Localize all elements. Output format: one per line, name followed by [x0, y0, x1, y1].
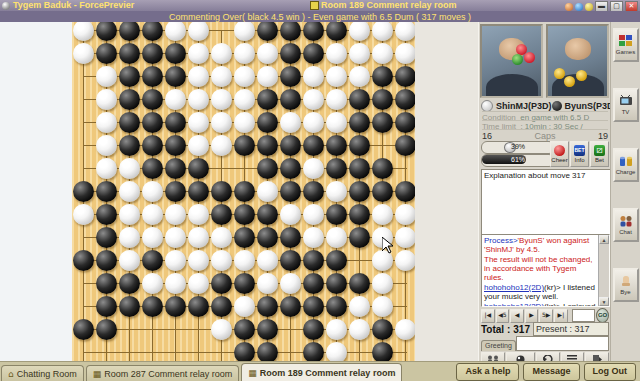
black-stone-d6 [142, 135, 163, 156]
black-stone-h10 [234, 227, 255, 248]
chat-log[interactable]: Process>'ByunS' won against 'ShinMJ' by … [481, 234, 610, 307]
chat-username: Process> [484, 236, 518, 245]
black-stone-f13 [188, 296, 209, 317]
app-icon [2, 2, 10, 10]
white-stone-l2 [326, 43, 347, 64]
black-stone-e7 [165, 158, 186, 179]
toolbar-label: Chat [619, 229, 632, 235]
black-stone-k2 [303, 43, 324, 64]
scroll-up-icon[interactable]: ▲ [599, 235, 609, 244]
white-stone-l4 [326, 89, 347, 110]
black-stone-b10 [96, 227, 117, 248]
vote-area: 39% 61% Cheer BET Info ⚂ Bet [481, 141, 609, 167]
white-stone-b4 [96, 89, 117, 110]
move-explanation-text: Explanation about move 317 [484, 171, 585, 180]
black-stone-j3 [280, 66, 301, 87]
nav-first-button[interactable]: |◀ [481, 309, 495, 323]
white-stone-k5 [303, 112, 324, 133]
move-nav-row: |◀◀5◀▶5▶▶|GO [481, 308, 609, 323]
white-stone-g4 [211, 89, 232, 110]
cheer-button[interactable]: Cheer [550, 141, 569, 167]
black-stone-f7 [188, 158, 209, 179]
black-stone-n7 [372, 158, 393, 179]
white-stone-f6 [188, 135, 209, 156]
white-stone-h2 [234, 43, 255, 64]
message-button[interactable]: Message [523, 363, 579, 381]
bet-info-icon: BET [574, 145, 585, 156]
black-stone-j6 [280, 135, 301, 156]
charge-icon [619, 155, 633, 168]
black-stone-i4 [257, 89, 278, 110]
white-stone-m14 [349, 319, 370, 340]
black-stone-d11 [142, 250, 163, 271]
white-stone-k4 [303, 89, 324, 110]
black-stone-i5 [257, 112, 278, 133]
total-label: Total : [481, 324, 510, 335]
black-stone-d7 [142, 158, 163, 179]
cheer-ball-icon [554, 145, 565, 156]
game-status-bar: Commenting Over( black 4.5 win ) - Even … [0, 11, 640, 22]
black-stone-d3 [142, 66, 163, 87]
mouse-cursor [382, 237, 394, 254]
black-stone-c13 [119, 296, 140, 317]
white-stone-a2 [73, 43, 94, 64]
black-stone-o8 [395, 181, 415, 202]
black-stone-icon [552, 101, 562, 111]
black-stone-g12 [211, 273, 232, 294]
white-stone-e11 [165, 250, 186, 271]
black-captures: 19 [598, 131, 608, 141]
white-stone-o10 [395, 227, 415, 248]
toolbar-label: Charge [616, 169, 636, 175]
white-stone-e4 [165, 89, 186, 110]
brush-icon[interactable] [565, 3, 573, 11]
white-stone-l8 [326, 181, 347, 202]
white-stone-o2 [395, 43, 415, 64]
white-stone-g3 [211, 66, 232, 87]
white-stone-f3 [188, 66, 209, 87]
white-player-photo [480, 24, 543, 98]
white-stone-f10 [188, 227, 209, 248]
black-stone-k13 [303, 296, 324, 317]
white-stone-i2 [257, 43, 278, 64]
chat-message: hohohoho12(2D)(kr)> I enjoyed waching a … [484, 302, 597, 307]
white-stone-h11 [234, 250, 255, 271]
black-stone-a8 [73, 181, 94, 202]
black-stone-h9 [234, 204, 255, 225]
black-stone-i13 [257, 296, 278, 317]
toolbar-hand-button[interactable]: Bye [613, 268, 639, 302]
black-stone-h6 [234, 135, 255, 156]
white-stone-g6 [211, 135, 232, 156]
white-stone-c11 [119, 250, 140, 271]
game-info-panel: ShinMJ(P3D) ByunS(P3D) Condition en game… [478, 22, 611, 361]
tab-room-189-comment-relay-room[interactable]: ▦Room 189 Comment relay room [241, 363, 402, 381]
white-stone-n9 [372, 204, 393, 225]
white-captures: 16 [482, 131, 492, 141]
toolbar-tv-button[interactable]: TV [613, 88, 639, 122]
flower-decoration [554, 68, 565, 79]
black-stone-b14 [96, 319, 117, 340]
black-stone-j4 [280, 89, 301, 110]
white-stone-l3 [326, 66, 347, 87]
white-stone-e10 [165, 227, 186, 248]
black-stone-d4 [142, 89, 163, 110]
black-stone-k12 [303, 273, 324, 294]
black-stone-n15 [372, 342, 393, 361]
black-stone-k14 [303, 319, 324, 340]
black-stone-m8 [349, 181, 370, 202]
black-stone-i15 [257, 342, 278, 361]
black-stone-n3 [372, 66, 393, 87]
black-stone-m12 [349, 273, 370, 294]
move-explanation-box[interactable]: Explanation about move 317 [481, 169, 614, 235]
black-stone-j11 [280, 250, 301, 271]
white-stone-h4 [234, 89, 255, 110]
black-stone-g13 [211, 296, 232, 317]
black-stone-o4 [395, 89, 415, 110]
white-stone-h5 [234, 112, 255, 133]
black-stone-n5 [372, 112, 393, 133]
white-stone-f12 [188, 273, 209, 294]
black-stone-m6 [349, 135, 370, 156]
black-stone-o6 [395, 135, 415, 156]
black-stone-m9 [349, 204, 370, 225]
black-stone-j8 [280, 181, 301, 202]
white-stone-d12 [142, 273, 163, 294]
black-stone-j13 [280, 296, 301, 317]
games-icon [619, 35, 633, 48]
white-stone-i12 [257, 273, 278, 294]
white-stone-k7 [303, 158, 324, 179]
black-stone-b9 [96, 204, 117, 225]
title-bar: Tygem Baduk - ForcePrevier Room 189 Comm… [0, 0, 640, 11]
move-counters: Total : 317 Present : 317 [481, 322, 609, 336]
go-board[interactable] [72, 22, 415, 361]
white-stone-m13 [349, 296, 370, 317]
white-stone-b3 [96, 66, 117, 87]
white-stone-j5 [280, 112, 301, 133]
room-icon: ▦ [93, 369, 102, 379]
white-stone-c8 [119, 181, 140, 202]
black-stone-f8 [188, 181, 209, 202]
board-right-margin [415, 22, 478, 361]
black-stone-m7 [349, 158, 370, 179]
chat-message: The result will not be changed, in accor… [484, 255, 597, 282]
room-icon [310, 1, 319, 10]
black-stone-a14 [73, 319, 94, 340]
scroll-down-icon[interactable]: ▼ [599, 297, 609, 306]
white-stone-i11 [257, 250, 278, 271]
black-stone-l7 [326, 158, 347, 179]
black-stone-l11 [326, 250, 347, 271]
white-stone-f5 [188, 112, 209, 133]
white-stone-b6 [96, 135, 117, 156]
white-stone-h3 [234, 66, 255, 87]
service-toolbar: GamesTVChargeChatBye [610, 22, 640, 361]
black-vote-bar[interactable]: 61% [481, 154, 555, 167]
white-stone-b7 [96, 158, 117, 179]
black-player-photo [546, 24, 609, 98]
black-stone-l6 [326, 135, 347, 156]
black-stone-h14 [234, 319, 255, 340]
nav-last-button[interactable]: ▶| [554, 309, 568, 323]
toolbar-label: TV [622, 109, 630, 115]
white-stone-d8 [142, 181, 163, 202]
black-stone-a11 [73, 250, 94, 271]
toolbar-charge-button[interactable]: Charge [613, 148, 639, 182]
chat-text: The result will not be changed, in accor… [484, 255, 593, 282]
chat-scrollbar[interactable]: ▲ ▼ [598, 235, 609, 306]
black-stone-h15 [234, 342, 255, 361]
greeting-tab[interactable]: Greeting [481, 340, 516, 351]
chat-icon [619, 215, 633, 228]
black-stone-m5 [349, 112, 370, 133]
black-stone-h8 [234, 181, 255, 202]
white-stone-n2 [372, 43, 393, 64]
white-stone-o9 [395, 204, 415, 225]
black-stone-b11 [96, 250, 117, 271]
white-stone-d9 [142, 204, 163, 225]
white-stone-f4 [188, 89, 209, 110]
toolbar-label: Games [616, 49, 635, 55]
black-stone-c2 [119, 43, 140, 64]
black-stone-b8 [96, 181, 117, 202]
black-stone-n8 [372, 181, 393, 202]
black-vote-pct: 61% [482, 156, 554, 163]
tv-icon [619, 95, 633, 108]
black-stone-k8 [303, 181, 324, 202]
white-stone-l15 [326, 342, 347, 361]
total-moves: 317 [513, 324, 530, 335]
black-stone-k15 [303, 342, 324, 361]
black-stone-e6 [165, 135, 186, 156]
black-stone-m10 [349, 227, 370, 248]
move-jump-input[interactable] [572, 309, 596, 322]
black-stone-c4 [119, 89, 140, 110]
chat-input[interactable] [516, 336, 609, 351]
bet-button[interactable]: ⚂ Bet [590, 141, 609, 167]
white-stone-d10 [142, 227, 163, 248]
black-stone-g8 [211, 181, 232, 202]
white-stone-m3 [349, 66, 370, 87]
black-stone-o3 [395, 66, 415, 87]
caps-label: Caps [534, 131, 555, 141]
black-stone-e5 [165, 112, 186, 133]
go-button[interactable]: GO [596, 308, 609, 323]
toolbar-games-button[interactable]: Games [613, 28, 639, 62]
tab-chatting-room[interactable]: ⌂Chatting Room [1, 365, 84, 381]
black-stone-k11 [303, 250, 324, 271]
white-stone-k3 [303, 66, 324, 87]
ask-help-button[interactable]: Ask a help [456, 363, 519, 381]
black-stone-d13 [142, 296, 163, 317]
black-stone-b12 [96, 273, 117, 294]
black-stone-l9 [326, 204, 347, 225]
black-stone-i10 [257, 227, 278, 248]
black-stone-i9 [257, 204, 278, 225]
white-stone-o1 [395, 22, 415, 41]
black-stone-d2 [142, 43, 163, 64]
white-stone-b5 [96, 112, 117, 133]
nav-forward5-button[interactable]: 5▶ [539, 309, 553, 323]
black-stone-e8 [165, 181, 186, 202]
white-stone-l10 [326, 227, 347, 248]
present-move: Present : 317 [533, 322, 609, 336]
white-stone-f9 [188, 204, 209, 225]
white-stone-l5 [326, 112, 347, 133]
dice-icon: ⚂ [594, 145, 605, 156]
black-stone-l12 [326, 273, 347, 294]
white-stone-e12 [165, 273, 186, 294]
chat-message: hohohoho12(2D)(kr)> I listened your musi… [484, 283, 597, 301]
white-stone-g14 [211, 319, 232, 340]
black-stone-k6 [303, 135, 324, 156]
black-stone-l13 [326, 296, 347, 317]
black-stone-i7 [257, 158, 278, 179]
white-stone-a9 [73, 204, 94, 225]
black-stone-c12 [119, 273, 140, 294]
bulb-icon[interactable] [585, 3, 593, 11]
black-stone-j10 [280, 227, 301, 248]
white-stone-c9 [119, 204, 140, 225]
black-stone-c3 [119, 66, 140, 87]
white-stone-m2 [349, 43, 370, 64]
room-title: Room 189 Comment relay room [310, 0, 457, 11]
home-icon: ⌂ [8, 369, 14, 379]
white-vote-pct: 39% [482, 143, 554, 150]
white-stone-o14 [395, 319, 415, 340]
toolbar-label: Bye [620, 289, 630, 295]
white-stone-c7 [119, 158, 140, 179]
room-icon: ▦ [248, 368, 257, 378]
tab-label: Room 189 Comment relay room [260, 368, 396, 378]
globe-icon[interactable] [575, 3, 583, 11]
white-stone-j9 [280, 204, 301, 225]
board-left-margin [0, 22, 72, 361]
black-stone-d5 [142, 112, 163, 133]
black-stone-e3 [165, 66, 186, 87]
white-stone-j12 [280, 273, 301, 294]
black-stone-e2 [165, 43, 186, 64]
white-stone-n12 [372, 273, 393, 294]
white-stone-g2 [211, 43, 232, 64]
black-stone-j7 [280, 158, 301, 179]
logout-button[interactable]: Log Out [584, 363, 637, 381]
captures-row: 16 Caps 19 [482, 129, 608, 141]
black-stone-n4 [372, 89, 393, 110]
black-stone-m4 [349, 89, 370, 110]
black-stone-i6 [257, 135, 278, 156]
white-stone-g5 [211, 112, 232, 133]
white-stone-f2 [188, 43, 209, 64]
black-stone-b2 [96, 43, 117, 64]
black-stone-b13 [96, 296, 117, 317]
game-status-text: Commenting Over( black 4.5 win ) - Even … [169, 12, 471, 22]
white-vote-bar[interactable]: 39% [481, 141, 555, 154]
chat-message: Process>'ByunS' won against 'ShinMJ' by … [484, 236, 597, 254]
chat-username[interactable]: hohohoho12(2D) [484, 302, 544, 307]
black-stone-j2 [280, 43, 301, 64]
white-stone-h13 [234, 296, 255, 317]
window-title: Tygem Baduk - ForcePrevier [13, 0, 134, 11]
toolbar-chat-button[interactable]: Chat [613, 208, 639, 242]
nav-back5-button[interactable]: ◀5 [496, 309, 510, 323]
black-stone-g9 [211, 204, 232, 225]
white-stone-k9 [303, 204, 324, 225]
white-stone-g11 [211, 250, 232, 271]
black-stone-c5 [119, 112, 140, 133]
white-stone-n13 [372, 296, 393, 317]
white-stone-g10 [211, 227, 232, 248]
black-stone-o5 [395, 112, 415, 133]
tab-label: Room 287 Comment relay room [104, 369, 232, 379]
white-stone-i3 [257, 66, 278, 87]
white-stone-c10 [119, 227, 140, 248]
black-stone-i14 [257, 319, 278, 340]
white-stone-e9 [165, 204, 186, 225]
white-stone-l14 [326, 319, 347, 340]
black-stone-c6 [119, 135, 140, 156]
tab-room-287-comment-relay-room[interactable]: ▦Room 287 Comment relay room [86, 365, 240, 381]
hand-icon [620, 275, 632, 288]
bet-info-button[interactable]: BET Info [570, 141, 589, 167]
chat-username[interactable]: hohohoho12(2D) [484, 283, 544, 292]
nav-forward-button[interactable]: ▶ [525, 309, 539, 323]
black-stone-e13 [165, 296, 186, 317]
white-stone-i8 [257, 181, 278, 202]
black-player-face [565, 38, 591, 60]
tab-label: Chatting Room [17, 369, 77, 379]
white-stone-k10 [303, 227, 324, 248]
nav-back-button[interactable]: ◀ [510, 309, 524, 323]
white-stone-f11 [188, 250, 209, 271]
white-stone-o11 [395, 250, 415, 271]
black-stone-h12 [234, 273, 255, 294]
black-stone-n14 [372, 319, 393, 340]
